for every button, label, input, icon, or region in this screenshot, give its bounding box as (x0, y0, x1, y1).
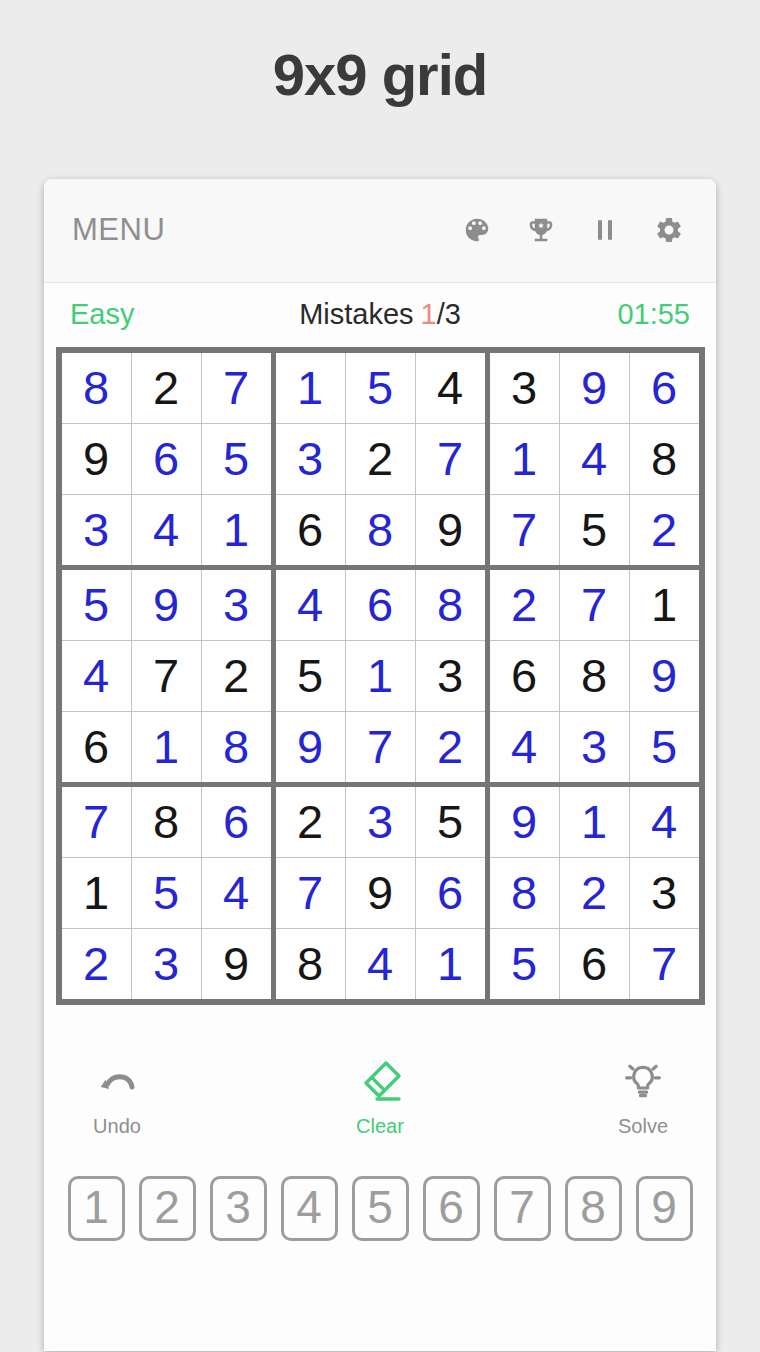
game-card: MENU Easy Mistakes1/3 01:55 827965341154… (44, 179, 716, 1351)
cell-r9c1[interactable]: 2 (62, 929, 131, 999)
menu-button[interactable]: MENU (72, 212, 165, 248)
toolbar: Undo Clear Solve (44, 1055, 716, 1138)
cell-r6c9[interactable]: 5 (630, 712, 699, 782)
cell-r8c9[interactable]: 3 (630, 858, 699, 928)
cell-r4c8[interactable]: 7 (560, 570, 629, 640)
numpad-1[interactable]: 1 (68, 1176, 125, 1241)
mistakes-total: /3 (437, 298, 461, 330)
box-2-1: 593472618 (62, 570, 271, 782)
numpad-7[interactable]: 7 (494, 1176, 551, 1241)
mistakes-value: 1 (421, 298, 437, 330)
cell-r5c8[interactable]: 8 (560, 641, 629, 711)
cell-r2c6[interactable]: 7 (416, 424, 485, 494)
numpad-8[interactable]: 8 (565, 1176, 622, 1241)
cell-r4c3[interactable]: 3 (202, 570, 271, 640)
cell-r7c1[interactable]: 7 (62, 787, 131, 857)
eraser-icon (356, 1055, 404, 1105)
cell-r4c6[interactable]: 8 (416, 570, 485, 640)
cell-r6c5[interactable]: 7 (346, 712, 415, 782)
numpad-6[interactable]: 6 (423, 1176, 480, 1241)
cell-r2c2[interactable]: 6 (132, 424, 201, 494)
timer: 01:55 (540, 298, 690, 331)
cell-r1c9[interactable]: 6 (630, 353, 699, 423)
cell-r3c3[interactable]: 1 (202, 495, 271, 565)
box-2-3: 271689435 (490, 570, 699, 782)
number-pad: 123456789 (44, 1176, 716, 1241)
cell-r4c9[interactable]: 1 (630, 570, 699, 640)
cell-r7c4[interactable]: 2 (276, 787, 345, 857)
cell-r5c4[interactable]: 5 (276, 641, 345, 711)
cell-r1c5[interactable]: 5 (346, 353, 415, 423)
cell-r6c6[interactable]: 2 (416, 712, 485, 782)
cell-r6c4[interactable]: 9 (276, 712, 345, 782)
cell-r3c9[interactable]: 2 (630, 495, 699, 565)
menu-icons (462, 215, 684, 245)
cell-r9c4[interactable]: 8 (276, 929, 345, 999)
cell-r7c8[interactable]: 1 (560, 787, 629, 857)
cell-r7c7[interactable]: 9 (490, 787, 559, 857)
numpad-3[interactable]: 3 (210, 1176, 267, 1241)
cell-r2c7[interactable]: 1 (490, 424, 559, 494)
box-1-3: 396148752 (490, 353, 699, 565)
cell-r9c9[interactable]: 7 (630, 929, 699, 999)
palette-icon[interactable] (462, 215, 492, 245)
cell-r5c6[interactable]: 3 (416, 641, 485, 711)
box-2-2: 468513972 (276, 570, 485, 782)
cell-r6c1[interactable]: 6 (62, 712, 131, 782)
cell-r9c5[interactable]: 4 (346, 929, 415, 999)
cell-r7c2[interactable]: 8 (132, 787, 201, 857)
cell-r1c4[interactable]: 1 (276, 353, 345, 423)
cell-r2c8[interactable]: 4 (560, 424, 629, 494)
page-title: 9x9 grid (0, 0, 760, 109)
cell-r7c3[interactable]: 6 (202, 787, 271, 857)
cell-r2c5[interactable]: 2 (346, 424, 415, 494)
cell-r9c2[interactable]: 3 (132, 929, 201, 999)
cell-r4c2[interactable]: 9 (132, 570, 201, 640)
cell-r6c3[interactable]: 8 (202, 712, 271, 782)
cell-r5c1[interactable]: 4 (62, 641, 131, 711)
cell-r4c4[interactable]: 4 (276, 570, 345, 640)
cell-r1c8[interactable]: 9 (560, 353, 629, 423)
cell-r6c8[interactable]: 3 (560, 712, 629, 782)
cell-r9c7[interactable]: 5 (490, 929, 559, 999)
sudoku-board: 8279653411543276893961487525934726184685… (56, 347, 705, 1005)
cell-r8c2[interactable]: 5 (132, 858, 201, 928)
mistakes-label: Mistakes (299, 298, 413, 330)
cell-r8c5[interactable]: 9 (346, 858, 415, 928)
cell-r3c1[interactable]: 3 (62, 495, 131, 565)
menu-bar: MENU (44, 179, 716, 283)
cell-r1c3[interactable]: 7 (202, 353, 271, 423)
cell-r8c3[interactable]: 4 (202, 858, 271, 928)
cell-r1c2[interactable]: 2 (132, 353, 201, 423)
cell-r1c7[interactable]: 3 (490, 353, 559, 423)
numpad-9[interactable]: 9 (636, 1176, 693, 1241)
box-3-3: 914823567 (490, 787, 699, 999)
clear-button[interactable]: Clear (335, 1055, 425, 1138)
cell-r9c6[interactable]: 1 (416, 929, 485, 999)
cell-r2c4[interactable]: 3 (276, 424, 345, 494)
cell-r5c7[interactable]: 6 (490, 641, 559, 711)
cell-r7c6[interactable]: 5 (416, 787, 485, 857)
cell-r8c7[interactable]: 8 (490, 858, 559, 928)
cell-r5c5[interactable]: 1 (346, 641, 415, 711)
cell-r1c1[interactable]: 8 (62, 353, 131, 423)
mistakes-counter: Mistakes1/3 (220, 298, 540, 331)
cell-r4c5[interactable]: 6 (346, 570, 415, 640)
pause-icon[interactable] (590, 215, 620, 245)
cell-r8c1[interactable]: 1 (62, 858, 131, 928)
box-3-1: 786154239 (62, 787, 271, 999)
cell-r2c1[interactable]: 9 (62, 424, 131, 494)
cell-r2c3[interactable]: 5 (202, 424, 271, 494)
cell-r8c4[interactable]: 7 (276, 858, 345, 928)
cell-r3c2[interactable]: 4 (132, 495, 201, 565)
lightbulb-icon (619, 1055, 667, 1105)
cell-r3c4[interactable]: 6 (276, 495, 345, 565)
cell-r3c8[interactable]: 5 (560, 495, 629, 565)
cell-r7c5[interactable]: 3 (346, 787, 415, 857)
undo-icon (95, 1055, 139, 1105)
cell-r5c9[interactable]: 9 (630, 641, 699, 711)
numpad-5[interactable]: 5 (352, 1176, 409, 1241)
cell-r6c2[interactable]: 1 (132, 712, 201, 782)
cell-r3c5[interactable]: 8 (346, 495, 415, 565)
undo-button[interactable]: Undo (72, 1055, 162, 1138)
cell-r9c3[interactable]: 9 (202, 929, 271, 999)
undo-label: Undo (93, 1115, 141, 1138)
cell-r1c6[interactable]: 4 (416, 353, 485, 423)
cell-r3c7[interactable]: 7 (490, 495, 559, 565)
solve-label: Solve (618, 1115, 668, 1138)
settings-icon[interactable] (654, 215, 684, 245)
trophy-icon[interactable] (526, 215, 556, 245)
box-1-2: 154327689 (276, 353, 485, 565)
cell-r6c7[interactable]: 4 (490, 712, 559, 782)
cell-r8c6[interactable]: 6 (416, 858, 485, 928)
cell-r9c8[interactable]: 6 (560, 929, 629, 999)
numpad-2[interactable]: 2 (139, 1176, 196, 1241)
difficulty-label: Easy (70, 298, 220, 331)
cell-r5c3[interactable]: 2 (202, 641, 271, 711)
solve-button[interactable]: Solve (598, 1055, 688, 1138)
numpad-4[interactable]: 4 (281, 1176, 338, 1241)
box-1-1: 827965341 (62, 353, 271, 565)
status-bar: Easy Mistakes1/3 01:55 (44, 283, 716, 347)
cell-r7c9[interactable]: 4 (630, 787, 699, 857)
box-3-2: 235796841 (276, 787, 485, 999)
cell-r2c9[interactable]: 8 (630, 424, 699, 494)
cell-r8c8[interactable]: 2 (560, 858, 629, 928)
cell-r5c2[interactable]: 7 (132, 641, 201, 711)
clear-label: Clear (356, 1115, 404, 1138)
cell-r4c1[interactable]: 5 (62, 570, 131, 640)
cell-r4c7[interactable]: 2 (490, 570, 559, 640)
cell-r3c6[interactable]: 9 (416, 495, 485, 565)
